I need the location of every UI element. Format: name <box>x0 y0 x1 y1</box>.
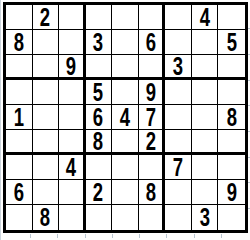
given-digit: 3 <box>93 30 103 55</box>
gridline-tick <box>139 234 140 238</box>
given-digit: 9 <box>66 55 76 79</box>
given-digit: 9 <box>145 80 155 105</box>
sudoku-screenshot: 2483659359164788247628983 <box>0 0 250 240</box>
cell-r2c9[interactable]: 5 <box>218 30 245 55</box>
cell-r2c8[interactable] <box>192 30 219 55</box>
gridline-tick <box>248 54 250 55</box>
cell-r1c8[interactable]: 4 <box>192 5 219 30</box>
cell-r4c6[interactable]: 9 <box>139 80 166 105</box>
cell-r6c8[interactable] <box>192 130 219 155</box>
gridline-tick <box>248 105 250 106</box>
cell-r8c4[interactable]: 2 <box>86 180 113 205</box>
gridline-tick <box>166 234 167 238</box>
cell-r5c1[interactable]: 1 <box>6 105 33 130</box>
given-digit: 8 <box>40 205 50 230</box>
cell-r6c9[interactable] <box>218 130 245 155</box>
cell-r5c2[interactable] <box>33 105 60 130</box>
gridline-tick <box>221 234 222 238</box>
gridline-tick <box>112 234 113 238</box>
cell-r2c2[interactable] <box>33 30 60 55</box>
cell-r7c8[interactable] <box>192 155 219 180</box>
gridline-tick <box>248 182 250 183</box>
cell-r6c4[interactable]: 8 <box>86 130 113 155</box>
given-digit: 4 <box>200 5 210 30</box>
cell-r8c2[interactable] <box>33 180 60 205</box>
cell-r1c1[interactable] <box>6 5 33 30</box>
cell-r5c6[interactable]: 7 <box>139 105 166 130</box>
cell-r3c6[interactable] <box>139 55 166 80</box>
cell-r9c7[interactable] <box>165 205 192 230</box>
given-digit: 6 <box>14 180 24 205</box>
cell-r6c2[interactable] <box>33 130 60 155</box>
given-digit: 1 <box>14 105 24 130</box>
cell-r4c1[interactable] <box>6 80 33 105</box>
cell-r3c7[interactable]: 3 <box>165 55 192 80</box>
given-digit: 7 <box>173 155 183 180</box>
cell-r8c8[interactable] <box>192 180 219 205</box>
cell-r6c1[interactable] <box>6 130 33 155</box>
gridline-tick <box>248 208 250 209</box>
cell-r1c3[interactable] <box>59 5 86 30</box>
cell-r2c4[interactable]: 3 <box>86 30 113 55</box>
cell-r8c3[interactable] <box>59 180 86 205</box>
cell-r1c2[interactable]: 2 <box>33 5 60 30</box>
cell-r5c5[interactable]: 4 <box>112 105 139 130</box>
cell-r1c9[interactable] <box>218 5 245 30</box>
cell-r2c3[interactable] <box>59 30 86 55</box>
cell-r9c1[interactable] <box>6 205 33 230</box>
gridline-tick <box>248 28 250 29</box>
gridline-tick <box>248 157 250 158</box>
cell-r5c9[interactable]: 8 <box>218 105 245 130</box>
given-digit: 5 <box>93 80 103 105</box>
cell-r4c7[interactable] <box>165 80 192 105</box>
cell-r7c5[interactable] <box>112 155 139 180</box>
cell-r3c8[interactable] <box>192 55 219 80</box>
cell-r5c8[interactable] <box>192 105 219 130</box>
cell-r4c2[interactable] <box>33 80 60 105</box>
cell-r1c6[interactable] <box>139 5 166 30</box>
cell-r5c7[interactable] <box>165 105 192 130</box>
cell-r7c4[interactable] <box>86 155 113 180</box>
cell-r7c2[interactable] <box>33 155 60 180</box>
given-digit: 6 <box>145 30 155 55</box>
cell-r7c7[interactable]: 7 <box>165 155 192 180</box>
given-digit: 3 <box>200 205 210 230</box>
gridline-tick <box>85 234 86 238</box>
given-digit: 8 <box>227 105 237 130</box>
given-digit: 2 <box>93 180 103 205</box>
cell-r6c6[interactable]: 2 <box>139 130 166 155</box>
cell-r8c5[interactable] <box>112 180 139 205</box>
cell-r4c5[interactable] <box>112 80 139 105</box>
given-digit: 8 <box>93 130 103 154</box>
gridline-tick <box>248 131 250 132</box>
cell-r6c7[interactable] <box>165 130 192 155</box>
cell-r6c5[interactable] <box>112 130 139 155</box>
cell-r9c2[interactable]: 8 <box>33 205 60 230</box>
cell-r8c6[interactable]: 8 <box>139 180 166 205</box>
sudoku-board: 2483659359164788247628983 <box>3 2 248 233</box>
gridline-tick <box>248 80 250 81</box>
cell-r7c3[interactable]: 4 <box>59 155 86 180</box>
cell-r8c1[interactable]: 6 <box>6 180 33 205</box>
cell-r7c1[interactable] <box>6 155 33 180</box>
given-digit: 5 <box>227 30 237 55</box>
cell-r3c5[interactable] <box>112 55 139 80</box>
cell-r4c9[interactable] <box>218 80 245 105</box>
given-digit: 4 <box>66 155 76 180</box>
cell-r3c4[interactable] <box>86 55 113 80</box>
given-digit: 8 <box>145 180 155 205</box>
cell-r9c4[interactable] <box>86 205 113 230</box>
given-digit: 2 <box>145 130 155 154</box>
cell-r9c9[interactable] <box>218 205 245 230</box>
cell-r5c3[interactable] <box>59 105 86 130</box>
gridline-tick <box>57 234 58 238</box>
given-digit: 6 <box>93 105 103 130</box>
cell-r9c8[interactable]: 3 <box>192 205 219 230</box>
cell-r4c3[interactable] <box>59 80 86 105</box>
cell-r3c3[interactable]: 9 <box>59 55 86 80</box>
cell-r6c3[interactable] <box>59 130 86 155</box>
cell-r1c7[interactable] <box>165 5 192 30</box>
cell-r8c7[interactable] <box>165 180 192 205</box>
cell-r4c4[interactable]: 5 <box>86 80 113 105</box>
given-digit: 7 <box>145 105 155 130</box>
cell-r9c5[interactable] <box>112 205 139 230</box>
spreadsheet-gridline-left <box>0 0 1 240</box>
cell-r3c2[interactable] <box>33 55 60 80</box>
gridline-tick <box>30 234 31 238</box>
cell-r8c9[interactable]: 9 <box>218 180 245 205</box>
cell-r9c3[interactable] <box>59 205 86 230</box>
gridline-tick <box>194 234 195 238</box>
cell-r2c5[interactable] <box>112 30 139 55</box>
cell-r1c4[interactable] <box>86 5 113 30</box>
cell-r2c7[interactable] <box>165 30 192 55</box>
given-digit: 3 <box>173 55 183 79</box>
cell-r1c5[interactable] <box>112 5 139 30</box>
given-digit: 8 <box>14 30 24 55</box>
cell-r7c9[interactable] <box>218 155 245 180</box>
cell-r2c1[interactable]: 8 <box>6 30 33 55</box>
cell-r5c4[interactable]: 6 <box>86 105 113 130</box>
cell-r4c8[interactable] <box>192 80 219 105</box>
cell-r2c6[interactable]: 6 <box>139 30 166 55</box>
given-digit: 2 <box>40 5 50 30</box>
cell-r9c6[interactable] <box>139 205 166 230</box>
cell-r3c9[interactable] <box>218 55 245 80</box>
given-digit: 9 <box>227 180 237 205</box>
given-digit: 4 <box>120 105 130 130</box>
cell-r7c6[interactable] <box>139 155 166 180</box>
cell-r3c1[interactable] <box>6 55 33 80</box>
